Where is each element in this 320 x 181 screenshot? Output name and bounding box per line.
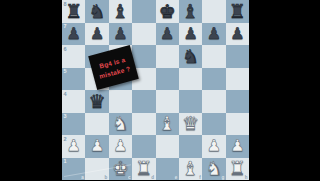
- square-d2[interactable]: [132, 135, 155, 158]
- piece-white-p-g2[interactable]: ♟: [202, 135, 225, 158]
- piece-white-b-f1[interactable]: ♝: [179, 158, 202, 181]
- square-c3[interactable]: ♞: [109, 113, 132, 136]
- square-h7[interactable]: ♟: [226, 23, 249, 46]
- piece-white-p-c2[interactable]: ♟: [109, 135, 132, 158]
- square-e3[interactable]: ♝: [156, 113, 179, 136]
- square-d3[interactable]: [132, 113, 155, 136]
- rank-label-4: 4: [64, 91, 67, 97]
- piece-black-r-a8[interactable]: ♜: [62, 0, 85, 23]
- piece-black-b-c8[interactable]: ♝: [109, 0, 132, 23]
- square-f4[interactable]: [179, 90, 202, 113]
- square-c2[interactable]: ♟: [109, 135, 132, 158]
- square-e6[interactable]: [156, 45, 179, 68]
- right-black-bar: [249, 0, 320, 180]
- square-c7[interactable]: ♟: [109, 23, 132, 46]
- square-g3[interactable]: [202, 113, 225, 136]
- piece-white-k-c1[interactable]: ♚: [109, 158, 132, 181]
- square-a5[interactable]: 5: [62, 68, 85, 91]
- square-h3[interactable]: [226, 113, 249, 136]
- rank-label-3: 3: [64, 113, 67, 119]
- piece-black-p-e7[interactable]: ♟: [156, 23, 179, 46]
- square-d6[interactable]: [132, 45, 155, 68]
- piece-white-r-h1[interactable]: ♜: [226, 158, 249, 181]
- piece-white-r-d1[interactable]: ♜: [132, 158, 155, 181]
- square-b3[interactable]: [85, 113, 108, 136]
- left-black-bar: [0, 0, 62, 180]
- square-f2[interactable]: [179, 135, 202, 158]
- piece-black-p-f7[interactable]: ♟: [179, 23, 202, 46]
- piece-black-p-g7[interactable]: ♟: [202, 23, 225, 46]
- square-a7[interactable]: 7♟: [62, 23, 85, 46]
- square-f3[interactable]: ♛: [179, 113, 202, 136]
- piece-black-n-b8[interactable]: ♞: [85, 0, 108, 23]
- square-h2[interactable]: ♟: [226, 135, 249, 158]
- rank-label-1: 1: [64, 158, 67, 164]
- square-g7[interactable]: ♟: [202, 23, 225, 46]
- piece-white-q-f3[interactable]: ♛: [179, 113, 202, 136]
- square-a8[interactable]: 8♜: [62, 0, 85, 23]
- square-c8[interactable]: ♝: [109, 0, 132, 23]
- piece-white-p-h2[interactable]: ♟: [226, 135, 249, 158]
- square-f7[interactable]: ♟: [179, 23, 202, 46]
- square-a3[interactable]: 3: [62, 113, 85, 136]
- piece-white-p-a2[interactable]: ♟: [62, 135, 85, 158]
- square-g6[interactable]: [202, 45, 225, 68]
- piece-white-n-c3[interactable]: ♞: [109, 113, 132, 136]
- piece-black-p-c7[interactable]: ♟: [109, 23, 132, 46]
- square-d1[interactable]: d♜: [132, 158, 155, 181]
- square-f6[interactable]: ♞: [179, 45, 202, 68]
- square-e1[interactable]: e: [156, 158, 179, 181]
- square-e5[interactable]: [156, 68, 179, 91]
- square-c4[interactable]: [109, 90, 132, 113]
- square-a6[interactable]: 6: [62, 45, 85, 68]
- square-b4[interactable]: ♛: [85, 90, 108, 113]
- piece-black-b-f8[interactable]: ♝: [179, 0, 202, 23]
- square-h8[interactable]: ♜: [226, 0, 249, 23]
- file-label-a: a: [81, 175, 84, 180]
- video-frame: 8♜♞♝♚♝♜7♟♟♟♟♟♟♟6♞54♛3♞♝♛2♟♟♟♟♟1abc♚d♜ef♝…: [0, 0, 320, 180]
- square-g8[interactable]: [202, 0, 225, 23]
- piece-black-p-h7[interactable]: ♟: [226, 23, 249, 46]
- chess-board[interactable]: 8♜♞♝♚♝♜7♟♟♟♟♟♟♟6♞54♛3♞♝♛2♟♟♟♟♟1abc♚d♜ef♝…: [62, 0, 249, 180]
- square-f8[interactable]: ♝: [179, 0, 202, 23]
- square-g5[interactable]: [202, 68, 225, 91]
- square-e8[interactable]: ♚: [156, 0, 179, 23]
- square-b2[interactable]: ♟: [85, 135, 108, 158]
- square-f5[interactable]: [179, 68, 202, 91]
- square-h4[interactable]: [226, 90, 249, 113]
- piece-white-p-b2[interactable]: ♟: [85, 135, 108, 158]
- square-h6[interactable]: [226, 45, 249, 68]
- square-h1[interactable]: h♜: [226, 158, 249, 181]
- piece-black-k-e8[interactable]: ♚: [156, 0, 179, 23]
- piece-white-n-g1[interactable]: ♞: [202, 158, 225, 181]
- piece-black-p-a7[interactable]: ♟: [62, 23, 85, 46]
- square-g1[interactable]: g♞: [202, 158, 225, 181]
- piece-white-b-e3[interactable]: ♝: [156, 113, 179, 136]
- square-g4[interactable]: [202, 90, 225, 113]
- square-a4[interactable]: 4: [62, 90, 85, 113]
- file-label-b: b: [105, 175, 108, 180]
- file-label-e: e: [175, 175, 178, 180]
- square-e4[interactable]: [156, 90, 179, 113]
- square-c1[interactable]: c♚: [109, 158, 132, 181]
- rank-label-5: 5: [64, 68, 67, 74]
- square-d4[interactable]: [132, 90, 155, 113]
- square-a2[interactable]: 2♟: [62, 135, 85, 158]
- square-b7[interactable]: ♟: [85, 23, 108, 46]
- square-b8[interactable]: ♞: [85, 0, 108, 23]
- square-g2[interactable]: ♟: [202, 135, 225, 158]
- square-d8[interactable]: [132, 0, 155, 23]
- square-e7[interactable]: ♟: [156, 23, 179, 46]
- piece-black-p-b7[interactable]: ♟: [85, 23, 108, 46]
- piece-black-q-b4[interactable]: ♛: [85, 90, 108, 113]
- square-f1[interactable]: f♝: [179, 158, 202, 181]
- square-h5[interactable]: [226, 68, 249, 91]
- piece-black-r-h8[interactable]: ♜: [226, 0, 249, 23]
- rank-label-6: 6: [64, 46, 67, 52]
- square-e2[interactable]: [156, 135, 179, 158]
- piece-black-n-f6[interactable]: ♞: [179, 45, 202, 68]
- square-d7[interactable]: [132, 23, 155, 46]
